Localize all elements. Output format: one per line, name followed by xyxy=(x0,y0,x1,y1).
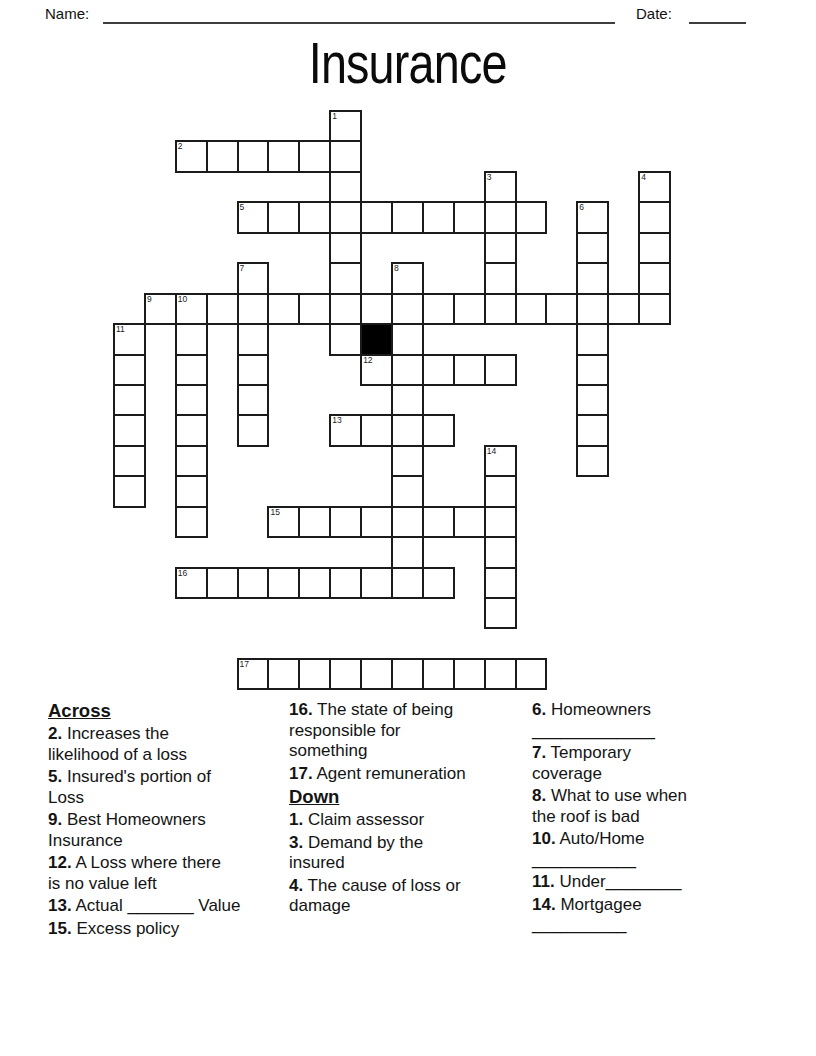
grid-cell[interactable] xyxy=(577,415,608,445)
clue-text: Homeowners _____________ xyxy=(532,700,655,740)
clue-number: 9. xyxy=(48,810,62,829)
clue-text: Excess policy xyxy=(76,919,179,938)
grid-cell[interactable] xyxy=(299,568,330,598)
date-label: Date: xyxy=(636,5,672,23)
date-blank-line xyxy=(689,6,746,24)
down-heading: Down xyxy=(289,786,529,808)
grid-cell[interactable] xyxy=(207,568,238,598)
grid-cell[interactable] xyxy=(516,294,547,324)
grid-cell[interactable] xyxy=(176,415,207,445)
clue-8: 8. What to use when the roof is bad xyxy=(532,786,747,827)
clue-5: 5. Insured's portion of Loss xyxy=(48,767,284,808)
grid-cell[interactable] xyxy=(639,294,670,324)
grid-cell[interactable] xyxy=(454,507,485,537)
cell-number: 2 xyxy=(178,141,183,151)
clue-4: 4. The cause of loss or damage xyxy=(289,876,529,917)
clue-text: Increases the likelihood of a loss xyxy=(48,724,187,764)
grid-cell[interactable] xyxy=(176,355,207,385)
grid-cell[interactable] xyxy=(577,385,608,415)
grid-cell[interactable] xyxy=(485,294,516,324)
grid-cell[interactable] xyxy=(392,659,423,689)
clue-16: 16. The state of being responsible for s… xyxy=(289,700,529,762)
grid-cell[interactable]: 10 xyxy=(176,294,207,324)
crossword-grid: 1234567891011121314151617 xyxy=(114,111,670,689)
clue-number: 6. xyxy=(532,700,546,719)
grid-cell[interactable] xyxy=(392,568,423,598)
grid-cell[interactable] xyxy=(361,202,392,232)
grid-cell[interactable] xyxy=(361,415,392,445)
cell-number: 7 xyxy=(240,263,245,273)
grid-cell[interactable] xyxy=(392,202,423,232)
clue-text: The cause of loss or damage xyxy=(289,876,461,916)
black-cell xyxy=(361,324,392,354)
grid-cell[interactable] xyxy=(330,202,361,232)
clue-11: 11. Under________ xyxy=(532,872,747,893)
clue-text: Under________ xyxy=(559,872,681,891)
grid-cell[interactable]: 9 xyxy=(145,294,176,324)
grid-cell[interactable] xyxy=(485,476,516,506)
grid-cell[interactable] xyxy=(238,385,269,415)
grid-cell[interactable]: 8 xyxy=(392,263,423,293)
clue-number: 4. xyxy=(289,876,303,895)
grid-cell[interactable] xyxy=(268,659,299,689)
grid-cell[interactable] xyxy=(485,355,516,385)
clue-column-3: 6. Homeowners _____________7. Temporary … xyxy=(532,700,747,938)
clue-text: Actual _______ Value xyxy=(75,896,240,915)
grid-cell[interactable] xyxy=(639,233,670,263)
clue-number: 17. xyxy=(289,764,313,783)
clue-column-1: Across2. Increases the likelihood of a l… xyxy=(48,700,284,941)
grid-cell[interactable] xyxy=(639,263,670,293)
grid-cell[interactable]: 16 xyxy=(176,568,207,598)
clue-6: 6. Homeowners _____________ xyxy=(532,700,747,741)
grid-cell[interactable] xyxy=(454,355,485,385)
grid-cell[interactable]: 13 xyxy=(330,415,361,445)
grid-cell[interactable]: 15 xyxy=(268,507,299,537)
grid-cell[interactable] xyxy=(114,446,145,476)
clue-text: Best Homeowners Insurance xyxy=(48,810,206,850)
grid-cell[interactable] xyxy=(361,507,392,537)
clue-number: 5. xyxy=(48,767,62,786)
cell-number: 6 xyxy=(579,202,584,212)
grid-cell[interactable] xyxy=(516,202,547,232)
grid-cell[interactable] xyxy=(207,294,238,324)
name-label: Name: xyxy=(45,5,89,23)
grid-cell[interactable]: 5 xyxy=(238,202,269,232)
grid-cell[interactable] xyxy=(454,659,485,689)
grid-cell[interactable] xyxy=(114,355,145,385)
grid-cell[interactable]: 7 xyxy=(238,263,269,293)
cell-number: 3 xyxy=(487,172,492,182)
clue-text: Agent remuneration xyxy=(316,764,465,783)
clue-7: 7. Temporary coverage xyxy=(532,743,747,784)
grid-cell[interactable] xyxy=(330,172,361,202)
grid-cell[interactable] xyxy=(423,568,454,598)
grid-cell[interactable]: 3 xyxy=(485,172,516,202)
cell-number: 14 xyxy=(487,446,496,456)
grid-cell[interactable] xyxy=(299,202,330,232)
grid-cell[interactable]: 12 xyxy=(361,355,392,385)
grid-cell[interactable] xyxy=(299,507,330,537)
clue-text: Claim assessor xyxy=(308,810,424,829)
grid-cell[interactable] xyxy=(392,415,423,445)
cell-number: 13 xyxy=(332,415,341,425)
grid-cell[interactable] xyxy=(392,446,423,476)
grid-cell[interactable] xyxy=(238,415,269,445)
grid-cell[interactable]: 14 xyxy=(485,446,516,476)
grid-cell[interactable] xyxy=(299,294,330,324)
name-blank-line xyxy=(103,6,615,24)
grid-cell[interactable] xyxy=(577,355,608,385)
grid-cell[interactable]: 1 xyxy=(330,111,361,141)
clue-9: 9. Best Homeowners Insurance xyxy=(48,810,284,851)
grid-cell[interactable] xyxy=(176,446,207,476)
clue-number: 3. xyxy=(289,833,303,852)
grid-cell[interactable] xyxy=(361,294,392,324)
grid-cell[interactable] xyxy=(330,324,361,354)
grid-cell[interactable] xyxy=(330,141,361,171)
cell-number: 5 xyxy=(240,202,245,212)
grid-cell[interactable] xyxy=(114,415,145,445)
grid-cell[interactable] xyxy=(392,324,423,354)
clue-text: A Loss where there is no value left xyxy=(48,853,221,893)
grid-cell[interactable] xyxy=(423,507,454,537)
grid-cell[interactable] xyxy=(577,294,608,324)
grid-cell[interactable] xyxy=(423,659,454,689)
grid-cell[interactable] xyxy=(485,568,516,598)
cell-number: 8 xyxy=(394,263,399,273)
clue-14: 14. Mortgagee __________ xyxy=(532,895,747,936)
clue-12: 12. A Loss where there is no value left xyxy=(48,853,284,894)
clue-column-2: 16. The state of being responsible for s… xyxy=(289,700,529,919)
grid-cell[interactable] xyxy=(392,355,423,385)
cell-number: 16 xyxy=(178,568,187,578)
grid-cell[interactable] xyxy=(454,202,485,232)
grid-cell[interactable]: 6 xyxy=(577,202,608,232)
grid-cell[interactable] xyxy=(485,598,516,628)
grid-cell[interactable] xyxy=(485,233,516,263)
grid-cell[interactable] xyxy=(577,233,608,263)
grid-cell[interactable] xyxy=(454,294,485,324)
clue-17: 17. Agent remuneration xyxy=(289,764,529,785)
cell-number: 11 xyxy=(116,324,125,334)
clue-number: 11. xyxy=(532,872,555,891)
grid-cell[interactable] xyxy=(330,233,361,263)
grid-cell[interactable] xyxy=(176,476,207,506)
grid-cell[interactable] xyxy=(330,263,361,293)
worksheet-page: Name: Date: Insurance 123456789101112131… xyxy=(0,0,816,1056)
clue-15: 15. Excess policy xyxy=(48,919,284,940)
grid-cell[interactable] xyxy=(392,537,423,567)
grid-cell[interactable]: 11 xyxy=(114,324,145,354)
grid-cell[interactable]: 4 xyxy=(639,172,670,202)
clue-text: Demand by the insured xyxy=(289,833,423,873)
grid-cell[interactable] xyxy=(238,141,269,171)
grid-cell[interactable] xyxy=(392,476,423,506)
grid-cell[interactable] xyxy=(485,202,516,232)
grid-cell[interactable] xyxy=(268,141,299,171)
clue-text: The state of being responsible for somet… xyxy=(289,700,453,760)
grid-cell[interactable] xyxy=(608,294,639,324)
grid-cell[interactable] xyxy=(485,263,516,293)
cell-number: 10 xyxy=(178,294,187,304)
cell-number: 1 xyxy=(332,111,337,121)
clue-text: Insured's portion of Loss xyxy=(48,767,211,807)
grid-cell[interactable] xyxy=(176,324,207,354)
grid-cell[interactable] xyxy=(330,294,361,324)
grid-cell[interactable] xyxy=(268,568,299,598)
grid-cell[interactable] xyxy=(485,507,516,537)
grid-cell[interactable] xyxy=(268,294,299,324)
grid-cell[interactable] xyxy=(392,507,423,537)
grid-cell[interactable] xyxy=(485,659,516,689)
grid-cell[interactable] xyxy=(268,202,299,232)
grid-cell[interactable] xyxy=(361,659,392,689)
grid-cell[interactable] xyxy=(392,294,423,324)
grid-cell[interactable] xyxy=(238,355,269,385)
grid-cell[interactable] xyxy=(577,446,608,476)
grid-cell[interactable] xyxy=(176,385,207,415)
grid-cell[interactable] xyxy=(423,202,454,232)
clue-3: 3. Demand by the insured xyxy=(289,833,529,874)
cell-number: 4 xyxy=(641,172,646,182)
grid-cell[interactable] xyxy=(176,507,207,537)
grid-cell[interactable] xyxy=(546,294,577,324)
grid-cell[interactable] xyxy=(330,659,361,689)
clue-number: 10. xyxy=(532,829,556,848)
grid-cell[interactable] xyxy=(392,385,423,415)
clue-text: Temporary coverage xyxy=(532,743,631,783)
across-heading: Across xyxy=(48,700,284,722)
grid-cell[interactable] xyxy=(238,568,269,598)
cell-number: 15 xyxy=(270,507,279,517)
clue-number: 12. xyxy=(48,853,72,872)
grid-cell[interactable] xyxy=(299,141,330,171)
grid-cell[interactable]: 17 xyxy=(238,659,269,689)
page-title: Insurance xyxy=(0,32,816,94)
grid-cell[interactable] xyxy=(361,568,392,598)
grid-cell[interactable]: 2 xyxy=(176,141,207,171)
clue-number: 2. xyxy=(48,724,62,743)
grid-cell[interactable] xyxy=(577,324,608,354)
cell-number: 9 xyxy=(147,294,152,304)
clue-number: 15. xyxy=(48,919,72,938)
clue-2: 2. Increases the likelihood of a loss xyxy=(48,724,284,765)
clue-number: 13. xyxy=(48,896,72,915)
clue-text: What to use when the roof is bad xyxy=(532,786,687,826)
grid-cell[interactable] xyxy=(238,324,269,354)
grid-cell[interactable] xyxy=(423,355,454,385)
grid-cell[interactable] xyxy=(207,141,238,171)
grid-cell[interactable] xyxy=(423,294,454,324)
grid-cell[interactable] xyxy=(639,202,670,232)
grid-cell[interactable] xyxy=(330,568,361,598)
grid-cell[interactable] xyxy=(299,659,330,689)
clue-number: 14. xyxy=(532,895,556,914)
grid-cell[interactable] xyxy=(114,476,145,506)
clue-number: 8. xyxy=(532,786,546,805)
grid-cell[interactable] xyxy=(485,537,516,567)
grid-cell[interactable] xyxy=(577,263,608,293)
grid-cell[interactable] xyxy=(330,507,361,537)
grid-cell[interactable] xyxy=(114,385,145,415)
clue-10: 10. Auto/Home ___________ xyxy=(532,829,747,870)
grid-cell[interactable] xyxy=(423,415,454,445)
clue-number: 16. xyxy=(289,700,313,719)
cell-number: 12 xyxy=(363,355,372,365)
clue-number: 1. xyxy=(289,810,303,829)
clue-1: 1. Claim assessor xyxy=(289,810,529,831)
clue-13: 13. Actual _______ Value xyxy=(48,896,284,917)
clue-number: 7. xyxy=(532,743,546,762)
grid-cell[interactable] xyxy=(238,294,269,324)
grid-cell[interactable] xyxy=(516,659,547,689)
cell-number: 17 xyxy=(240,659,249,669)
